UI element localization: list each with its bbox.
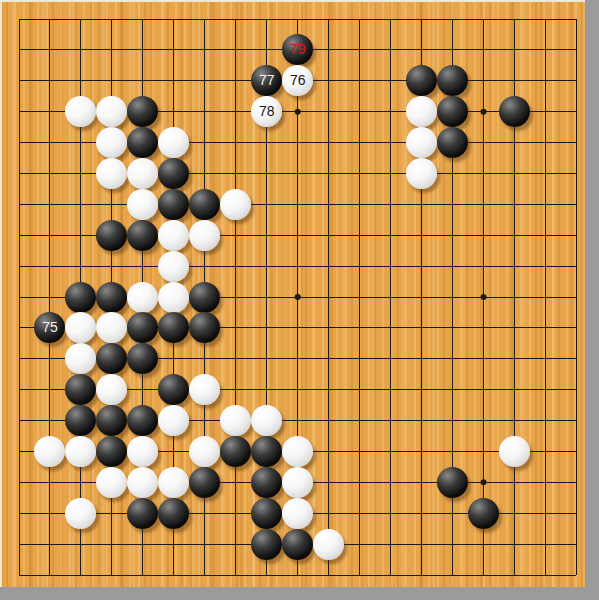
stone-black bbox=[251, 467, 282, 498]
stone-white bbox=[65, 498, 96, 529]
stone-black bbox=[158, 498, 189, 529]
stone-black bbox=[437, 127, 468, 158]
move-number: 77 bbox=[259, 65, 275, 96]
star-point bbox=[481, 109, 487, 115]
stone-white bbox=[127, 282, 158, 313]
stone-black bbox=[189, 467, 220, 498]
stone-white bbox=[282, 467, 313, 498]
star-point bbox=[481, 479, 487, 485]
stone-white bbox=[189, 220, 220, 251]
stone-black bbox=[96, 282, 127, 313]
stone-black bbox=[251, 498, 282, 529]
stone-black bbox=[251, 529, 282, 560]
stone-white bbox=[406, 127, 437, 158]
stone-white bbox=[158, 251, 189, 282]
stone-white bbox=[499, 436, 530, 467]
stone-black bbox=[282, 529, 313, 560]
stone-white bbox=[313, 529, 344, 560]
stone-black bbox=[499, 96, 530, 127]
stone-black bbox=[158, 189, 189, 220]
last-move-number: 79 bbox=[290, 34, 306, 65]
stone-black bbox=[96, 220, 127, 251]
move-number: 78 bbox=[259, 96, 275, 127]
star-point bbox=[295, 109, 301, 115]
stone-black bbox=[189, 282, 220, 313]
stone-white bbox=[158, 467, 189, 498]
stone-white bbox=[220, 189, 251, 220]
star-point bbox=[295, 294, 301, 300]
stone-white bbox=[282, 436, 313, 467]
stone-black bbox=[127, 220, 158, 251]
stone-white bbox=[158, 220, 189, 251]
stone-black bbox=[189, 189, 220, 220]
stone-black bbox=[251, 436, 282, 467]
go-board[interactable]: 7977767875 bbox=[0, 0, 585, 587]
stone-black bbox=[437, 467, 468, 498]
star-point bbox=[481, 294, 487, 300]
stone-white bbox=[406, 158, 437, 189]
stone-black bbox=[468, 498, 499, 529]
move-number: 76 bbox=[290, 65, 306, 96]
stone-white bbox=[158, 282, 189, 313]
go-board-stage: 7977767875 bbox=[0, 0, 599, 600]
stone-white bbox=[127, 189, 158, 220]
move-number: 75 bbox=[42, 312, 58, 343]
stone-white bbox=[127, 467, 158, 498]
stone-black bbox=[127, 498, 158, 529]
stone-black bbox=[65, 282, 96, 313]
stone-white bbox=[282, 498, 313, 529]
